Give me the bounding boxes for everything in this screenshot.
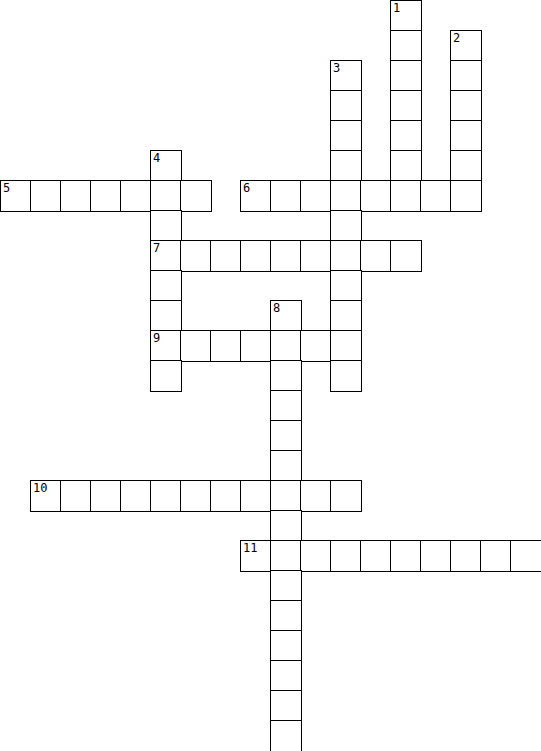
clue-number-2: 2 (453, 32, 460, 45)
cell-r18c17[interactable] (510, 540, 541, 572)
cell-r15c9[interactable] (270, 450, 302, 482)
cell-r7c11[interactable] (330, 210, 362, 242)
cell-r6c15[interactable] (450, 180, 482, 212)
cell-r22c9[interactable] (270, 660, 302, 692)
cell-r23c9[interactable] (270, 690, 302, 722)
cell-r18c14[interactable] (420, 540, 452, 572)
cell-r8c13[interactable] (390, 240, 422, 272)
cell-r12c9[interactable] (270, 360, 302, 392)
clue-number-9: 9 (153, 332, 160, 345)
cell-r5c15[interactable] (450, 150, 482, 182)
clue-number-6: 6 (243, 182, 250, 195)
cell-r6c9[interactable] (270, 180, 302, 212)
cell-r6c8[interactable]: 6 (240, 180, 272, 212)
cell-r18c10[interactable] (300, 540, 332, 572)
clue-number-4: 4 (153, 152, 160, 165)
cell-r18c15[interactable] (450, 540, 482, 572)
cell-r14c9[interactable] (270, 420, 302, 452)
cell-r8c7[interactable] (210, 240, 242, 272)
clue-number-7: 7 (153, 242, 160, 255)
cell-r6c13[interactable] (390, 180, 422, 212)
cell-r21c9[interactable] (270, 630, 302, 662)
cell-r18c9[interactable] (270, 540, 302, 572)
cell-r2c13[interactable] (390, 60, 422, 92)
cell-r18c8[interactable]: 11 (240, 540, 272, 572)
cell-r8c12[interactable] (360, 240, 392, 272)
cell-r19c9[interactable] (270, 570, 302, 602)
cell-r16c3[interactable] (90, 480, 122, 512)
cell-r8c9[interactable] (270, 240, 302, 272)
cell-r5c13[interactable] (390, 150, 422, 182)
cell-r4c13[interactable] (390, 120, 422, 152)
cell-r16c8[interactable] (240, 480, 272, 512)
cell-r8c10[interactable] (300, 240, 332, 272)
cell-r4c11[interactable] (330, 120, 362, 152)
clue-number-11: 11 (243, 542, 257, 555)
cell-r18c13[interactable] (390, 540, 422, 572)
cell-r2c11[interactable]: 3 (330, 60, 362, 92)
cell-r10c11[interactable] (330, 300, 362, 332)
cell-r10c5[interactable] (150, 300, 182, 332)
cell-r16c11[interactable] (330, 480, 362, 512)
cell-r16c6[interactable] (180, 480, 212, 512)
cell-r18c16[interactable] (480, 540, 512, 572)
cell-r8c5[interactable]: 7 (150, 240, 182, 272)
cell-r11c11[interactable] (330, 330, 362, 362)
clue-number-10: 10 (33, 482, 47, 495)
cell-r16c7[interactable] (210, 480, 242, 512)
cell-r6c5[interactable] (150, 180, 182, 212)
cell-r2c15[interactable] (450, 60, 482, 92)
cell-r1c15[interactable]: 2 (450, 30, 482, 62)
clue-number-3: 3 (333, 62, 340, 75)
cell-r10c9[interactable]: 8 (270, 300, 302, 332)
cell-r16c4[interactable] (120, 480, 152, 512)
clue-number-8: 8 (273, 302, 280, 315)
cell-r16c9[interactable] (270, 480, 302, 512)
cell-r18c11[interactable] (330, 540, 362, 572)
cell-r6c12[interactable] (360, 180, 392, 212)
cell-r13c9[interactable] (270, 390, 302, 422)
cell-r6c3[interactable] (90, 180, 122, 212)
cell-r6c14[interactable] (420, 180, 452, 212)
cell-r7c5[interactable] (150, 210, 182, 242)
cell-r0c13[interactable]: 1 (390, 0, 422, 32)
cell-r3c11[interactable] (330, 90, 362, 122)
cell-r11c7[interactable] (210, 330, 242, 362)
crossword-board: 1234567891011 (0, 0, 541, 751)
cell-r16c1[interactable]: 10 (30, 480, 62, 512)
cell-r3c13[interactable] (390, 90, 422, 122)
cell-r6c10[interactable] (300, 180, 332, 212)
cell-r6c11[interactable] (330, 180, 362, 212)
cell-r4c15[interactable] (450, 120, 482, 152)
cell-r18c12[interactable] (360, 540, 392, 572)
cell-r24c9[interactable] (270, 720, 302, 751)
cell-r8c11[interactable] (330, 240, 362, 272)
cell-r1c13[interactable] (390, 30, 422, 62)
cell-r6c1[interactable] (30, 180, 62, 212)
cell-r6c6[interactable] (180, 180, 212, 212)
cell-r20c9[interactable] (270, 600, 302, 632)
clue-number-1: 1 (393, 2, 400, 15)
cell-r11c5[interactable]: 9 (150, 330, 182, 362)
cell-r3c15[interactable] (450, 90, 482, 122)
cell-r16c2[interactable] (60, 480, 92, 512)
cell-r16c5[interactable] (150, 480, 182, 512)
cell-r6c2[interactable] (60, 180, 92, 212)
cell-r9c11[interactable] (330, 270, 362, 302)
cell-r6c4[interactable] (120, 180, 152, 212)
cell-r11c9[interactable] (270, 330, 302, 362)
cell-r8c6[interactable] (180, 240, 212, 272)
clue-number-5: 5 (3, 182, 10, 195)
cell-r12c5[interactable] (150, 360, 182, 392)
cell-r11c8[interactable] (240, 330, 272, 362)
cell-r5c11[interactable] (330, 150, 362, 182)
cell-r6c0[interactable]: 5 (0, 180, 32, 212)
cell-r11c10[interactable] (300, 330, 332, 362)
cell-r5c5[interactable]: 4 (150, 150, 182, 182)
cell-r16c10[interactable] (300, 480, 332, 512)
cell-r11c6[interactable] (180, 330, 212, 362)
cell-r8c8[interactable] (240, 240, 272, 272)
cell-r17c9[interactable] (270, 510, 302, 542)
cell-r12c11[interactable] (330, 360, 362, 392)
cell-r9c5[interactable] (150, 270, 182, 302)
